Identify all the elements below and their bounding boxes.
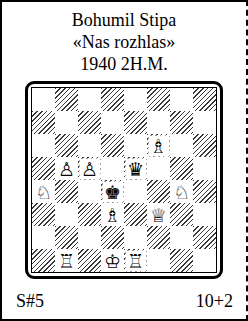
square-d2 bbox=[101, 226, 124, 249]
black-queen-e5: ♛ bbox=[125, 158, 146, 179]
material-count: 10+2 bbox=[196, 290, 233, 312]
square-c3 bbox=[78, 203, 101, 226]
chess-board: ♗♙♙♛♘♚♘♗♕♖♔♖ bbox=[32, 88, 216, 272]
square-h7 bbox=[193, 111, 216, 134]
white-rook-e1: ♖ bbox=[125, 250, 146, 271]
square-f7 bbox=[147, 111, 170, 134]
square-c6 bbox=[78, 134, 101, 157]
square-a1 bbox=[32, 249, 55, 272]
white-pawn-b5: ♙ bbox=[56, 158, 77, 179]
square-g3 bbox=[170, 203, 193, 226]
square-g4: ♘ bbox=[170, 180, 193, 203]
square-d8 bbox=[101, 88, 124, 111]
white-bishop-d3: ♗ bbox=[102, 204, 123, 225]
square-d4: ♚ bbox=[101, 180, 124, 203]
square-d6 bbox=[101, 134, 124, 157]
square-b2 bbox=[55, 226, 78, 249]
square-e7 bbox=[124, 111, 147, 134]
square-e5: ♛ bbox=[124, 157, 147, 180]
square-b8 bbox=[55, 88, 78, 111]
square-b4 bbox=[55, 180, 78, 203]
square-d1: ♔ bbox=[101, 249, 124, 272]
square-d5 bbox=[101, 157, 124, 180]
square-a8 bbox=[32, 88, 55, 111]
square-g5 bbox=[170, 157, 193, 180]
white-rook-b1: ♖ bbox=[56, 250, 77, 271]
white-knight-g4: ♘ bbox=[171, 181, 192, 202]
square-a6 bbox=[32, 134, 55, 157]
square-h8 bbox=[193, 88, 216, 111]
white-queen-f3: ♕ bbox=[148, 204, 169, 225]
square-b6 bbox=[55, 134, 78, 157]
square-c5: ♙ bbox=[78, 157, 101, 180]
problem-caption: S#5 10+2 bbox=[2, 290, 246, 312]
year-award: 1940 2H.M. bbox=[2, 53, 246, 75]
square-g2 bbox=[170, 226, 193, 249]
square-e3 bbox=[124, 203, 147, 226]
square-e8 bbox=[124, 88, 147, 111]
square-h6 bbox=[193, 134, 216, 157]
square-b3 bbox=[55, 203, 78, 226]
black-king-d4: ♚ bbox=[102, 181, 123, 202]
square-a2 bbox=[32, 226, 55, 249]
square-b1: ♖ bbox=[55, 249, 78, 272]
problem-card: Bohumil Stipa «Nas rozhlas» 1940 2H.M. ♗… bbox=[0, 0, 248, 321]
square-a3 bbox=[32, 203, 55, 226]
square-h3 bbox=[193, 203, 216, 226]
stipulation-label: S#5 bbox=[16, 290, 44, 312]
square-e4 bbox=[124, 180, 147, 203]
square-g8 bbox=[170, 88, 193, 111]
author-name: Bohumil Stipa bbox=[2, 9, 246, 31]
white-knight-a4: ♘ bbox=[33, 181, 54, 202]
square-a4: ♘ bbox=[32, 180, 55, 203]
square-b5: ♙ bbox=[55, 157, 78, 180]
square-c4 bbox=[78, 180, 101, 203]
square-c1 bbox=[78, 249, 101, 272]
square-a7 bbox=[32, 111, 55, 134]
square-h2 bbox=[193, 226, 216, 249]
square-f1 bbox=[147, 249, 170, 272]
square-b7 bbox=[55, 111, 78, 134]
square-g7 bbox=[170, 111, 193, 134]
square-h1 bbox=[193, 249, 216, 272]
square-f8 bbox=[147, 88, 170, 111]
square-h5 bbox=[193, 157, 216, 180]
square-e1: ♖ bbox=[124, 249, 147, 272]
square-c8 bbox=[78, 88, 101, 111]
square-g1 bbox=[170, 249, 193, 272]
white-king-d1: ♔ bbox=[102, 250, 123, 271]
square-g6 bbox=[170, 134, 193, 157]
square-e2 bbox=[124, 226, 147, 249]
board-frame: ♗♙♙♛♘♚♘♗♕♖♔♖ bbox=[25, 81, 223, 279]
square-e6 bbox=[124, 134, 147, 157]
square-h4 bbox=[193, 180, 216, 203]
square-c7 bbox=[78, 111, 101, 134]
square-c2 bbox=[78, 226, 101, 249]
source-name: «Nas rozhlas» bbox=[2, 31, 246, 53]
problem-header: Bohumil Stipa «Nas rozhlas» 1940 2H.M. bbox=[2, 9, 246, 75]
square-d3: ♗ bbox=[101, 203, 124, 226]
white-pawn-c5: ♙ bbox=[79, 158, 100, 179]
square-f6: ♗ bbox=[147, 134, 170, 157]
square-a5 bbox=[32, 157, 55, 180]
square-f4 bbox=[147, 180, 170, 203]
board-inner-frame: ♗♙♙♛♘♚♘♗♕♖♔♖ bbox=[31, 87, 217, 273]
square-f2 bbox=[147, 226, 170, 249]
square-f5 bbox=[147, 157, 170, 180]
square-d7 bbox=[101, 111, 124, 134]
square-f3: ♕ bbox=[147, 203, 170, 226]
white-bishop-f6: ♗ bbox=[148, 135, 169, 156]
